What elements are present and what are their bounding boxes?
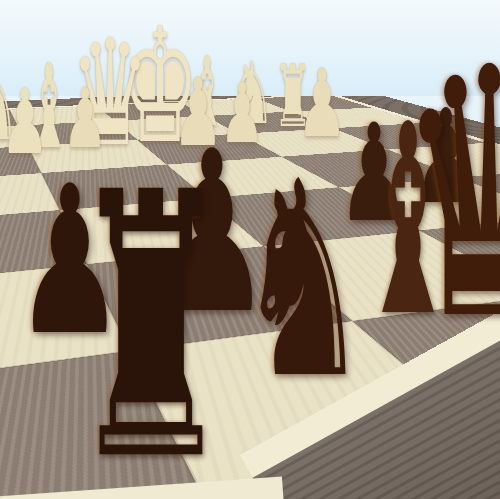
piece-black-knight-b8[interactable]: ♞ [236,146,369,416]
piece-black-rook-a8[interactable]: ♜ [69,145,233,499]
piece-black-bishop-c8[interactable]: ♝ [358,90,457,353]
chess-photo-scene: ♞♟♝♟♛♚♟♝♟♞♜♟♟♟♛♝♟♟♞♜ [0,0,500,499]
